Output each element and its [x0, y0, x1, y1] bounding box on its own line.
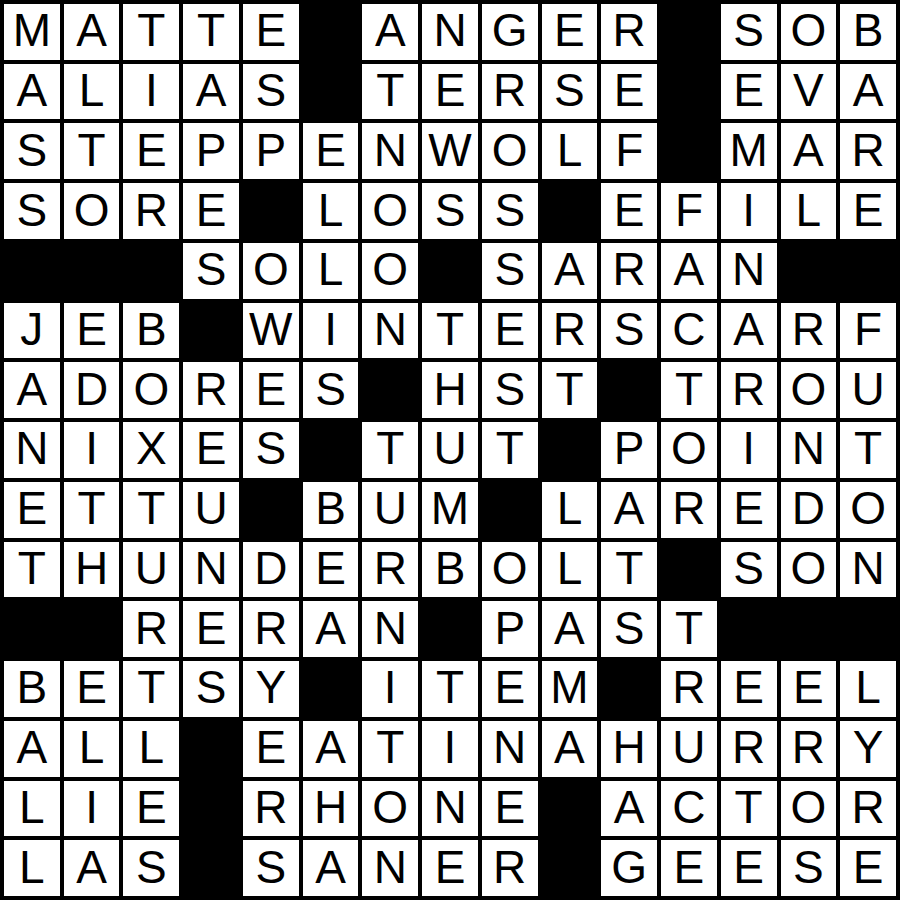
cell-r9c3[interactable]: T	[121, 480, 181, 540]
cell-letter: N	[374, 605, 407, 654]
cell-r13c14[interactable]: R	[779, 719, 839, 779]
cell-letter: T	[18, 545, 46, 594]
cell-letter: S	[793, 844, 824, 893]
cell-r3c8[interactable]: W	[420, 121, 480, 181]
cell-r9c14[interactable]: D	[779, 480, 839, 540]
cell-r5c10[interactable]: A	[540, 241, 600, 301]
block-r2c12	[659, 62, 719, 122]
cell-r7c2[interactable]: D	[62, 360, 122, 420]
cell-letter: O	[791, 7, 827, 56]
cell-letter: L	[557, 127, 583, 176]
block-r15c10	[540, 838, 600, 898]
cell-r14c15[interactable]: R	[838, 779, 898, 839]
cell-r8c15[interactable]: T	[838, 420, 898, 480]
cell-letter: L	[139, 724, 165, 773]
cell-r1c8[interactable]: N	[420, 2, 480, 62]
cell-r12c7[interactable]: I	[360, 659, 420, 719]
cell-r14c2[interactable]: I	[62, 779, 122, 839]
cell-r4c6[interactable]: L	[301, 181, 361, 241]
cell-letter: N	[732, 246, 765, 295]
cell-r12c12[interactable]: R	[659, 659, 719, 719]
cell-r14c8[interactable]: N	[420, 779, 480, 839]
cell-letter: E	[435, 844, 466, 893]
block-r2c6	[301, 62, 361, 122]
cell-r14c13[interactable]: T	[719, 779, 779, 839]
cell-r2c5[interactable]: S	[241, 62, 301, 122]
cell-letter: R	[613, 246, 646, 295]
cell-letter: S	[255, 844, 286, 893]
cell-r8c11[interactable]: P	[599, 420, 659, 480]
block-r6c4	[181, 301, 241, 361]
cell-r11c10[interactable]: A	[540, 599, 600, 659]
cell-r2c2[interactable]: L	[62, 62, 122, 122]
cell-r4c4[interactable]: E	[181, 181, 241, 241]
cell-r10c8[interactable]: B	[420, 540, 480, 600]
cell-r4c14[interactable]: L	[779, 181, 839, 241]
cell-letter: L	[557, 485, 583, 534]
cell-r10c13[interactable]: S	[719, 540, 779, 600]
cell-r7c15[interactable]: U	[838, 360, 898, 420]
cell-letter: P	[614, 425, 645, 474]
cell-r10c2[interactable]: H	[62, 540, 122, 600]
cell-r1c2[interactable]: A	[62, 2, 122, 62]
cell-r2c4[interactable]: A	[181, 62, 241, 122]
cell-letter: B	[435, 545, 466, 594]
cell-r7c9[interactable]: S	[480, 360, 540, 420]
cell-letter: L	[796, 187, 822, 236]
block-r15c4	[181, 838, 241, 898]
cell-r5c12[interactable]: A	[659, 241, 719, 301]
cell-r9c12[interactable]: R	[659, 480, 719, 540]
cell-r12c9[interactable]: E	[480, 659, 540, 719]
cell-r14c9[interactable]: E	[480, 779, 540, 839]
cell-r12c14[interactable]: E	[779, 659, 839, 719]
cell-r15c8[interactable]: E	[420, 838, 480, 898]
cell-r4c8[interactable]: S	[420, 181, 480, 241]
block-r11c15	[838, 599, 898, 659]
cell-r12c13[interactable]: E	[719, 659, 779, 719]
cell-r4c11[interactable]: E	[599, 181, 659, 241]
cell-r3c6[interactable]: E	[301, 121, 361, 181]
cell-r9c8[interactable]: M	[420, 480, 480, 540]
cell-letter: E	[674, 844, 705, 893]
cell-r3c10[interactable]: L	[540, 121, 600, 181]
cell-letter: O	[791, 366, 827, 415]
cell-r15c2[interactable]: A	[62, 838, 122, 898]
cell-r13c5[interactable]: E	[241, 719, 301, 779]
cell-r2c13[interactable]: E	[719, 62, 779, 122]
cell-letter: H	[75, 545, 108, 594]
cell-r3c14[interactable]: A	[779, 121, 839, 181]
cell-letter: O	[492, 545, 528, 594]
cell-r14c1[interactable]: L	[2, 779, 62, 839]
cell-r8c14[interactable]: N	[779, 420, 839, 480]
cell-letter: D	[75, 366, 108, 415]
cell-letter: A	[315, 844, 346, 893]
cell-letter: S	[17, 187, 48, 236]
cell-letter: E	[255, 7, 286, 56]
cell-r13c7[interactable]: T	[360, 719, 420, 779]
cell-r12c8[interactable]: T	[420, 659, 480, 719]
cell-letter: S	[614, 306, 645, 355]
cell-r2c11[interactable]: E	[599, 62, 659, 122]
cell-r4c1[interactable]: S	[2, 181, 62, 241]
block-r5c15	[838, 241, 898, 301]
cell-r10c3[interactable]: U	[121, 540, 181, 600]
cell-r5c4[interactable]: S	[181, 241, 241, 301]
cell-r3c4[interactable]: P	[181, 121, 241, 181]
cell-r15c6[interactable]: A	[301, 838, 361, 898]
cell-r3c1[interactable]: S	[2, 121, 62, 181]
cell-letter: E	[614, 67, 645, 116]
cell-letter: R	[732, 724, 765, 773]
cell-r15c1[interactable]: L	[2, 838, 62, 898]
cell-r1c14[interactable]: O	[779, 2, 839, 62]
cell-r13c9[interactable]: N	[480, 719, 540, 779]
cell-r11c4[interactable]: E	[181, 599, 241, 659]
cell-r14c3[interactable]: E	[121, 779, 181, 839]
cell-r10c7[interactable]: R	[360, 540, 420, 600]
cell-r7c10[interactable]: T	[540, 360, 600, 420]
cell-letter: R	[732, 366, 765, 415]
cell-letter: A	[315, 605, 346, 654]
cell-r6c9[interactable]: E	[480, 301, 540, 361]
cell-r8c4[interactable]: E	[181, 420, 241, 480]
cell-r6c6[interactable]: I	[301, 301, 361, 361]
cell-r12c4[interactable]: S	[181, 659, 241, 719]
cell-letter: L	[318, 246, 344, 295]
cell-letter: F	[675, 187, 703, 236]
cell-r13c2[interactable]: L	[62, 719, 122, 779]
cell-letter: T	[436, 664, 464, 713]
cell-r1c4[interactable]: T	[181, 2, 241, 62]
cell-r9c1[interactable]: E	[2, 480, 62, 540]
cell-r13c11[interactable]: H	[599, 719, 659, 779]
cell-letter: E	[196, 605, 227, 654]
cell-letter: E	[196, 187, 227, 236]
cell-r8c2[interactable]: I	[62, 420, 122, 480]
cell-r10c6[interactable]: E	[301, 540, 361, 600]
cell-r8c8[interactable]: U	[420, 420, 480, 480]
cell-letter: A	[733, 306, 764, 355]
cell-r6c11[interactable]: S	[599, 301, 659, 361]
cell-letter: R	[672, 485, 705, 534]
cell-r5c7[interactable]: O	[360, 241, 420, 301]
cell-letter: A	[793, 127, 824, 176]
cell-r3c2[interactable]: T	[62, 121, 122, 181]
cell-r1c5[interactable]: E	[241, 2, 301, 62]
cell-r9c10[interactable]: L	[540, 480, 600, 540]
cell-r11c11[interactable]: S	[599, 599, 659, 659]
cell-r8c7[interactable]: T	[360, 420, 420, 480]
block-r10c12	[659, 540, 719, 600]
cell-r7c8[interactable]: H	[420, 360, 480, 420]
cell-letter: E	[76, 306, 107, 355]
cell-r13c6[interactable]: A	[301, 719, 361, 779]
cell-letter: H	[613, 724, 646, 773]
cell-r15c11[interactable]: G	[599, 838, 659, 898]
cell-r4c12[interactable]: F	[659, 181, 719, 241]
cell-r9c13[interactable]: E	[719, 480, 779, 540]
cell-letter: T	[376, 425, 404, 474]
cell-letter: R	[852, 127, 885, 176]
cell-letter: R	[792, 306, 825, 355]
cell-r3c11[interactable]: F	[599, 121, 659, 181]
cell-r11c7[interactable]: N	[360, 599, 420, 659]
cell-letter: T	[854, 425, 882, 474]
cell-r5c6[interactable]: L	[301, 241, 361, 301]
cell-r15c9[interactable]: R	[480, 838, 540, 898]
cell-r7c5[interactable]: E	[241, 360, 301, 420]
cell-letter: I	[742, 425, 755, 474]
cell-r11c3[interactable]: R	[121, 599, 181, 659]
cell-letter: N	[493, 724, 526, 773]
cell-letter: S	[315, 366, 346, 415]
cell-letter: E	[853, 187, 884, 236]
cell-r7c1[interactable]: A	[2, 360, 62, 420]
cell-r11c12[interactable]: T	[659, 599, 719, 659]
cell-r4c2[interactable]: O	[62, 181, 122, 241]
cell-r10c10[interactable]: L	[540, 540, 600, 600]
cell-r2c10[interactable]: S	[540, 62, 600, 122]
cell-r3c13[interactable]: M	[719, 121, 779, 181]
cell-r14c7[interactable]: O	[360, 779, 420, 839]
block-r9c5	[241, 480, 301, 540]
cell-r6c12[interactable]: C	[659, 301, 719, 361]
cell-r6c1[interactable]: J	[2, 301, 62, 361]
cell-r7c12[interactable]: T	[659, 360, 719, 420]
cell-letter: S	[196, 246, 227, 295]
cell-r10c1[interactable]: T	[2, 540, 62, 600]
cell-letter: A	[315, 724, 346, 773]
cell-r2c3[interactable]: I	[121, 62, 181, 122]
cell-r7c3[interactable]: O	[121, 360, 181, 420]
cell-letter: A	[76, 7, 107, 56]
block-r8c10	[540, 420, 600, 480]
cell-r6c3[interactable]: B	[121, 301, 181, 361]
cell-letter: O	[74, 187, 110, 236]
cell-letter: N	[15, 425, 48, 474]
cell-r8c13[interactable]: I	[719, 420, 779, 480]
cell-r2c7[interactable]: T	[360, 62, 420, 122]
block-r7c11	[599, 360, 659, 420]
cell-r1c13[interactable]: S	[719, 2, 779, 62]
crossword-puzzle-page: MATTEANGERSOBALIASTERSEEVASTEPPENWOLFMAR…	[0, 0, 900, 900]
cell-r6c5[interactable]: W	[241, 301, 301, 361]
cell-r14c11[interactable]: A	[599, 779, 659, 839]
cell-r4c9[interactable]: S	[480, 181, 540, 241]
cell-r13c3[interactable]: L	[121, 719, 181, 779]
cell-r14c12[interactable]: C	[659, 779, 719, 839]
cell-letter: T	[137, 485, 165, 534]
cell-r9c4[interactable]: U	[181, 480, 241, 540]
cell-letter: I	[145, 67, 158, 116]
cell-r12c15[interactable]: L	[838, 659, 898, 719]
cell-r7c6[interactable]: S	[301, 360, 361, 420]
cell-letter: R	[493, 844, 526, 893]
cell-r8c3[interactable]: X	[121, 420, 181, 480]
cell-r14c14[interactable]: O	[779, 779, 839, 839]
cell-r13c15[interactable]: Y	[838, 719, 898, 779]
cell-letter: U	[672, 724, 705, 773]
cell-letter: T	[496, 425, 524, 474]
cell-r1c11[interactable]: R	[599, 2, 659, 62]
cell-letter: A	[196, 67, 227, 116]
cell-r12c2[interactable]: E	[62, 659, 122, 719]
cell-letter: O	[372, 784, 408, 833]
cell-r10c9[interactable]: O	[480, 540, 540, 600]
cell-letter: R	[672, 664, 705, 713]
cell-letter: J	[20, 306, 43, 355]
cell-r8c1[interactable]: N	[2, 420, 62, 480]
cell-r13c1[interactable]: A	[2, 719, 62, 779]
cell-r4c15[interactable]: E	[838, 181, 898, 241]
cell-r1c3[interactable]: T	[121, 2, 181, 62]
cell-r2c8[interactable]: E	[420, 62, 480, 122]
cell-r9c15[interactable]: O	[838, 480, 898, 540]
cell-r15c14[interactable]: S	[779, 838, 839, 898]
cell-letter: M	[13, 7, 51, 56]
cell-r1c15[interactable]: B	[838, 2, 898, 62]
cell-r1c1[interactable]: M	[2, 2, 62, 62]
cell-r15c7[interactable]: N	[360, 838, 420, 898]
cell-letter: A	[554, 605, 585, 654]
cell-letter: N	[374, 127, 407, 176]
cell-r13c13[interactable]: R	[719, 719, 779, 779]
cell-letter: R	[852, 784, 885, 833]
cell-letter: S	[136, 844, 167, 893]
cell-letter: B	[17, 664, 48, 713]
block-r4c10	[540, 181, 600, 241]
cell-letter: L	[557, 545, 583, 594]
cell-r7c4[interactable]: R	[181, 360, 241, 420]
cell-r3c5[interactable]: P	[241, 121, 301, 181]
cell-r3c7[interactable]: N	[360, 121, 420, 181]
cell-r6c2[interactable]: E	[62, 301, 122, 361]
cell-letter: A	[554, 724, 585, 773]
cell-r10c11[interactable]: T	[599, 540, 659, 600]
cell-r15c13[interactable]: E	[719, 838, 779, 898]
cell-r10c14[interactable]: O	[779, 540, 839, 600]
cell-r9c6[interactable]: B	[301, 480, 361, 540]
cell-r13c12[interactable]: U	[659, 719, 719, 779]
cell-r13c10[interactable]: A	[540, 719, 600, 779]
cell-r1c9[interactable]: G	[480, 2, 540, 62]
cell-letter: Y	[255, 664, 286, 713]
cell-r15c3[interactable]: S	[121, 838, 181, 898]
cell-letter: T	[615, 545, 643, 594]
cell-letter: T	[197, 7, 225, 56]
cell-r15c15[interactable]: E	[838, 838, 898, 898]
cell-r9c11[interactable]: A	[599, 480, 659, 540]
cell-r6c8[interactable]: T	[420, 301, 480, 361]
cell-r14c5[interactable]: R	[241, 779, 301, 839]
cell-r15c5[interactable]: S	[241, 838, 301, 898]
cell-letter: R	[374, 545, 407, 594]
cell-letter: I	[742, 187, 755, 236]
cell-r11c6[interactable]: A	[301, 599, 361, 659]
cell-letter: W	[428, 127, 471, 176]
cell-r2c15[interactable]: A	[838, 62, 898, 122]
cell-letter: E	[255, 366, 286, 415]
cell-r1c10[interactable]: E	[540, 2, 600, 62]
cell-r4c13[interactable]: I	[719, 181, 779, 241]
cell-r11c5[interactable]: R	[241, 599, 301, 659]
cell-r8c9[interactable]: T	[480, 420, 540, 480]
cell-r12c1[interactable]: B	[2, 659, 62, 719]
block-r5c1	[2, 241, 62, 301]
cell-r6c7[interactable]: N	[360, 301, 420, 361]
cell-r7c14[interactable]: O	[779, 360, 839, 420]
cell-r5c11[interactable]: R	[599, 241, 659, 301]
crossword-grid: MATTEANGERSOBALIASTERSEEVASTEPPENWOLFMAR…	[0, 0, 900, 900]
cell-r6c14[interactable]: R	[779, 301, 839, 361]
cell-letter: T	[436, 306, 464, 355]
cell-r12c10[interactable]: M	[540, 659, 600, 719]
cell-r3c3[interactable]: E	[121, 121, 181, 181]
cell-r11c9[interactable]: P	[480, 599, 540, 659]
cell-r9c7[interactable]: U	[360, 480, 420, 540]
cell-r4c7[interactable]: O	[360, 181, 420, 241]
cell-letter: S	[494, 246, 525, 295]
cell-r3c15[interactable]: R	[838, 121, 898, 181]
cell-r5c5[interactable]: O	[241, 241, 301, 301]
cell-r10c15[interactable]: N	[838, 540, 898, 600]
cell-r2c14[interactable]: V	[779, 62, 839, 122]
cell-r15c12[interactable]: E	[659, 838, 719, 898]
cell-letter: A	[614, 485, 645, 534]
cell-letter: N	[374, 306, 407, 355]
cell-r2c1[interactable]: A	[2, 62, 62, 122]
block-r12c11	[599, 659, 659, 719]
cell-r7c13[interactable]: R	[719, 360, 779, 420]
cell-letter: L	[79, 724, 105, 773]
cell-r6c13[interactable]: A	[719, 301, 779, 361]
cell-letter: A	[853, 67, 884, 116]
cell-r12c5[interactable]: Y	[241, 659, 301, 719]
cell-r6c15[interactable]: F	[838, 301, 898, 361]
cell-r2c9[interactable]: R	[480, 62, 540, 122]
block-r7c7	[360, 360, 420, 420]
cell-r10c4[interactable]: N	[181, 540, 241, 600]
block-r4c5	[241, 181, 301, 241]
cell-r3c9[interactable]: O	[480, 121, 540, 181]
cell-r12c3[interactable]: T	[121, 659, 181, 719]
cell-r8c12[interactable]: O	[659, 420, 719, 480]
cell-r6c10[interactable]: R	[540, 301, 600, 361]
cell-r1c7[interactable]: A	[360, 2, 420, 62]
cell-r4c3[interactable]: R	[121, 181, 181, 241]
cell-r9c2[interactable]: T	[62, 480, 122, 540]
cell-letter: Y	[853, 724, 884, 773]
cell-letter: B	[853, 7, 884, 56]
cell-letter: B	[315, 485, 346, 534]
cell-r5c9[interactable]: S	[480, 241, 540, 301]
cell-letter: S	[733, 7, 764, 56]
cell-r10c5[interactable]: D	[241, 540, 301, 600]
block-r5c3	[121, 241, 181, 301]
cell-r13c8[interactable]: I	[420, 719, 480, 779]
cell-letter: L	[19, 784, 45, 833]
cell-letter: N	[194, 545, 227, 594]
cell-r5c13[interactable]: N	[719, 241, 779, 301]
cell-letter: E	[315, 545, 346, 594]
cell-letter: U	[433, 425, 466, 474]
cell-letter: H	[433, 366, 466, 415]
cell-r8c5[interactable]: S	[241, 420, 301, 480]
cell-letter: E	[136, 784, 167, 833]
cell-r14c6[interactable]: H	[301, 779, 361, 839]
